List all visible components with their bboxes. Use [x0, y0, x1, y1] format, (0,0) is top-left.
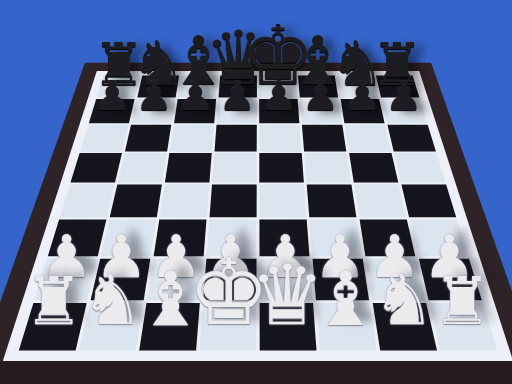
square-d6[interactable] — [215, 125, 257, 152]
piece-black-pawn-h7[interactable]: ♟ — [385, 75, 422, 116]
square-c6[interactable] — [170, 125, 214, 152]
piece-black-pawn-f7[interactable]: ♟ — [302, 75, 339, 116]
square-f4[interactable] — [307, 184, 357, 217]
board-front-edge — [0, 361, 512, 384]
square-g5[interactable] — [349, 153, 398, 183]
square-g6[interactable] — [345, 125, 391, 152]
square-e6[interactable] — [259, 125, 301, 152]
square-e4[interactable] — [259, 184, 306, 217]
square-b5[interactable] — [118, 153, 167, 183]
piece-white-knight-g1[interactable]: ♞ — [373, 266, 435, 335]
piece-black-pawn-g7[interactable]: ♟ — [344, 75, 381, 116]
chess-scene: ♜♞♝♛♚♝♞♜♟♟♟♟♟♟♟♟♟♟♟♟♟♟♟♟♜♞♝♚♛♝♞♜ — [0, 0, 512, 384]
piece-white-knight-b1[interactable]: ♞ — [81, 266, 143, 335]
square-f6[interactable] — [302, 125, 346, 152]
piece-black-pawn-e7[interactable]: ♟ — [260, 75, 297, 116]
square-g4[interactable] — [354, 184, 406, 217]
square-c4[interactable] — [160, 184, 210, 217]
square-h6[interactable] — [387, 125, 436, 152]
piece-black-pawn-a7[interactable]: ♟ — [94, 75, 131, 116]
piece-black-pawn-b7[interactable]: ♟ — [135, 75, 172, 116]
square-d5[interactable] — [212, 153, 257, 183]
square-b4[interactable] — [110, 184, 162, 217]
square-d4[interactable] — [210, 184, 257, 217]
piece-black-pawn-c7[interactable]: ♟ — [177, 75, 214, 116]
piece-white-rook-h1[interactable]: ♜ — [433, 269, 492, 335]
square-c5[interactable] — [165, 153, 212, 183]
piece-white-rook-a1[interactable]: ♜ — [24, 269, 83, 335]
square-f5[interactable] — [304, 153, 351, 183]
square-b6[interactable] — [125, 125, 171, 152]
square-e5[interactable] — [259, 153, 304, 183]
square-a6[interactable] — [80, 125, 129, 152]
piece-white-bishop-f1[interactable]: ♝ — [312, 261, 379, 336]
piece-black-pawn-d7[interactable]: ♟ — [219, 75, 256, 116]
